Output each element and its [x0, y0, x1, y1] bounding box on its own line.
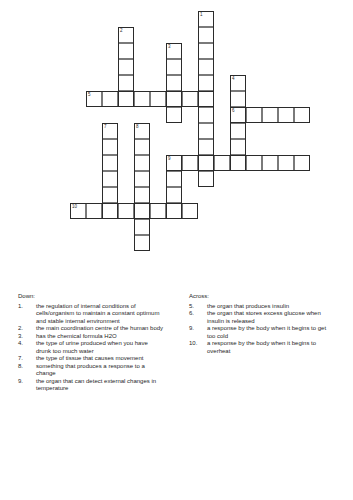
grid-cell[interactable] — [134, 235, 150, 251]
grid-cell[interactable] — [198, 43, 214, 59]
grid-cell[interactable] — [134, 171, 150, 187]
grid-cell[interactable]: 5 — [86, 91, 102, 107]
grid-cell[interactable] — [166, 187, 182, 203]
grid-cell[interactable] — [198, 155, 214, 171]
grid-cell[interactable] — [198, 91, 214, 107]
across-clue-item: 5.the organ that produces insulin — [189, 303, 349, 311]
grid-cell[interactable] — [118, 75, 134, 91]
clue-item-text: a response by the body when it begins to… — [207, 340, 335, 355]
grid-cell[interactable] — [166, 171, 182, 187]
grid-cell[interactable]: 3 — [166, 43, 182, 59]
clue-number-label: 2 — [120, 28, 123, 33]
grid-cell[interactable]: 1 — [198, 11, 214, 27]
grid-cell[interactable] — [134, 155, 150, 171]
grid-cell[interactable] — [230, 155, 246, 171]
down-clue-item: 1.the regulation of internal conditions … — [18, 303, 184, 326]
across-clue-list: 5.the organ that produces insulin6.the o… — [189, 303, 349, 356]
grid-cell[interactable] — [102, 155, 118, 171]
across-heading: Across: — [189, 293, 349, 301]
clue-number-label: 1 — [200, 12, 203, 17]
grid-cell[interactable] — [262, 155, 278, 171]
grid-cell[interactable] — [134, 203, 150, 219]
grid-cell[interactable]: 7 — [102, 123, 118, 139]
clue-item-number: 4. — [18, 340, 36, 355]
clue-item-number: 9. — [189, 325, 207, 340]
across-clue-item: 10.a response by the body when it begins… — [189, 340, 349, 355]
clue-item-number: 5. — [189, 303, 207, 311]
grid-cell[interactable] — [198, 107, 214, 123]
grid-cell[interactable] — [166, 59, 182, 75]
grid-cell[interactable] — [150, 203, 166, 219]
grid-cell[interactable] — [214, 155, 230, 171]
grid-cell[interactable] — [198, 139, 214, 155]
clue-item-text: the regulation of internal conditions of… — [36, 303, 164, 326]
clue-number-label: 4 — [232, 76, 235, 81]
down-clue-item: 8.something that produces a response to … — [18, 363, 184, 378]
grid-cell[interactable] — [118, 59, 134, 75]
clue-item-number: 6. — [189, 310, 207, 325]
grid-cell[interactable] — [166, 107, 182, 123]
crossword-grid: 12346578910 — [0, 0, 353, 280]
grid-cell[interactable] — [86, 203, 102, 219]
grid-cell[interactable] — [102, 171, 118, 187]
across-clue-item: 9.a response by the body when it begins … — [189, 325, 349, 340]
down-clue-item: 7.the type of tissue that causes movemen… — [18, 355, 184, 363]
clue-item-text: the organ that produces insulin — [207, 303, 335, 311]
clue-item-text: the type of urine produced when you have… — [36, 340, 164, 355]
grid-cell[interactable]: 9 — [166, 155, 182, 171]
clue-item-number: 9. — [18, 378, 36, 393]
across-clue-item: 6.the organ that stores excess glucose w… — [189, 310, 349, 325]
grid-cell[interactable] — [118, 43, 134, 59]
grid-cell[interactable] — [118, 203, 134, 219]
grid-cell[interactable] — [166, 91, 182, 107]
grid-cell[interactable] — [102, 139, 118, 155]
down-clue-item: 9.the organ that can detect external cha… — [18, 378, 184, 393]
grid-cell[interactable]: 6 — [230, 107, 246, 123]
grid-cell[interactable] — [230, 139, 246, 155]
clue-item-number: 1. — [18, 303, 36, 326]
down-clue-item: 4.the type of urine produced when you ha… — [18, 340, 184, 355]
grid-cell[interactable] — [134, 187, 150, 203]
grid-cell[interactable] — [294, 155, 310, 171]
grid-cell[interactable] — [102, 203, 118, 219]
down-clue-item: 2.the main coordination centre of the hu… — [18, 325, 184, 333]
grid-cell[interactable] — [102, 187, 118, 203]
grid-cell[interactable] — [294, 107, 310, 123]
grid-cell[interactable] — [198, 75, 214, 91]
clue-number-label: 3 — [168, 44, 171, 49]
grid-cell[interactable] — [230, 91, 246, 107]
grid-cell[interactable] — [182, 155, 198, 171]
grid-cell[interactable] — [134, 91, 150, 107]
clue-item-number: 10. — [189, 340, 207, 355]
clue-item-text: the organ that can detect external chang… — [36, 378, 164, 393]
clue-number-label: 9 — [168, 156, 171, 161]
grid-cell[interactable] — [246, 107, 262, 123]
grid-cell[interactable] — [166, 75, 182, 91]
clue-item-text: the main coordination centre of the huma… — [36, 325, 164, 333]
clue-number-label: 7 — [104, 124, 107, 129]
grid-cell[interactable] — [278, 155, 294, 171]
grid-cell[interactable] — [230, 123, 246, 139]
clue-number-label: 5 — [88, 92, 91, 97]
grid-cell[interactable] — [102, 91, 118, 107]
clue-number-label: 10 — [72, 204, 77, 209]
grid-cell[interactable] — [198, 123, 214, 139]
down-heading: Down: — [18, 293, 184, 301]
grid-cell[interactable] — [278, 107, 294, 123]
clue-item-text: something that produces a response to a … — [36, 363, 164, 378]
clue-item-text: the organ that stores excess glucose whe… — [207, 310, 335, 325]
clue-item-number: 3. — [18, 333, 36, 341]
grid-cell[interactable] — [150, 91, 166, 107]
grid-cell[interactable]: 4 — [230, 75, 246, 91]
clue-item-number: 8. — [18, 363, 36, 378]
grid-cell[interactable] — [262, 107, 278, 123]
clue-item-text: a response by the body when it begins to… — [207, 325, 335, 340]
grid-cell[interactable]: 2 — [118, 27, 134, 43]
grid-cell[interactable] — [198, 59, 214, 75]
clue-item-number: 2. — [18, 325, 36, 333]
clue-item-number: 7. — [18, 355, 36, 363]
across-clues-section: Across: 5.the organ that produces insuli… — [189, 293, 349, 355]
grid-cell[interactable] — [134, 139, 150, 155]
clue-number-label: 8 — [136, 124, 139, 129]
clue-number-label: 6 — [232, 108, 235, 113]
clue-item-text: the type of tissue that causes movement — [36, 355, 164, 363]
grid-cell[interactable] — [118, 91, 134, 107]
crossword-worksheet: 12346578910 Down: 1.the regulation of in… — [0, 0, 353, 500]
grid-cell[interactable] — [198, 171, 214, 187]
down-clues-section: Down: 1.the regulation of internal condi… — [18, 293, 184, 393]
grid-cell[interactable] — [182, 203, 198, 219]
grid-cell[interactable]: 8 — [134, 123, 150, 139]
grid-cell[interactable]: 10 — [70, 203, 86, 219]
down-clue-list: 1.the regulation of internal conditions … — [18, 303, 184, 393]
grid-cell[interactable] — [182, 91, 198, 107]
grid-cell[interactable] — [246, 155, 262, 171]
clue-item-text: has the chemical formula H2O — [36, 333, 164, 341]
grid-cell[interactable] — [134, 219, 150, 235]
grid-cell[interactable] — [166, 203, 182, 219]
down-clue-item: 3.has the chemical formula H2O — [18, 333, 184, 341]
grid-cell[interactable] — [198, 27, 214, 43]
